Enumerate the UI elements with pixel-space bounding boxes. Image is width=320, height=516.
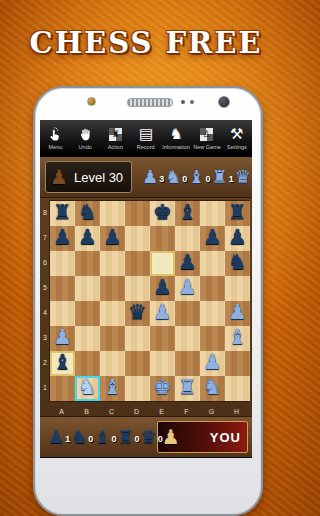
black-pawn: ♟	[78, 227, 97, 248]
captured-knight: ♞0	[165, 168, 181, 186]
rank-label-4: 4	[41, 300, 49, 325]
captured-queen: ♛1	[235, 168, 251, 186]
front-camera-icon	[87, 97, 96, 106]
square-e1[interactable]: ♚	[150, 376, 175, 401]
player-bar: ♟1 ♞0 ♝0 ♜0 ♛0 ♟ YOU	[40, 416, 252, 457]
white-knight: ♞	[203, 377, 222, 398]
rank-label-2: 2	[41, 350, 49, 375]
black-pawn: ♟	[178, 252, 197, 273]
undo-label: Undo	[79, 144, 92, 150]
square-h4[interactable]: ♟	[225, 301, 250, 326]
you-panel: ♟ YOU	[157, 421, 248, 453]
action-button[interactable]: ♜ Action	[101, 120, 131, 156]
rank-label-1: 1	[41, 375, 49, 400]
square-f1[interactable]: ♜	[175, 376, 200, 401]
palm-hand-icon	[77, 126, 93, 143]
square-g6[interactable]	[200, 251, 225, 276]
sensor-dot-icon	[181, 100, 185, 104]
captured-knight: ♞0	[71, 428, 87, 446]
black-bishop: ♝	[53, 352, 72, 373]
record-button[interactable]: ▤ Record	[131, 120, 161, 156]
file-label-d: D	[124, 408, 149, 415]
level-panel: ♟ Level 30	[45, 161, 132, 193]
black-pawn: ♟	[53, 227, 72, 248]
file-label-h: H	[224, 408, 249, 415]
captured-pawn: ♟1	[48, 428, 64, 446]
black-pawn: ♟	[153, 277, 172, 298]
square-c1[interactable]: ♝	[100, 376, 125, 401]
square-g8[interactable]	[200, 201, 225, 226]
square-a5[interactable]	[50, 276, 75, 301]
captured-bishop-count: 0	[111, 430, 116, 448]
file-labels: ABCDEFGH	[49, 408, 249, 415]
settings-button[interactable]: ⚒ Settings	[222, 120, 252, 156]
undo-button[interactable]: Undo	[70, 120, 100, 156]
square-g5[interactable]	[200, 276, 225, 301]
square-g7[interactable]: ♟	[200, 226, 225, 251]
file-label-g: G	[199, 408, 224, 415]
square-d2[interactable]	[125, 351, 150, 376]
settings-label: Settings	[227, 144, 247, 150]
square-d3[interactable]	[125, 326, 150, 351]
square-f6[interactable]: ♟	[175, 251, 200, 276]
square-f5[interactable]: ♟	[175, 276, 200, 301]
level-label: Level 30	[74, 170, 123, 185]
white-knight: ♞	[78, 377, 97, 398]
black-pawn: ♟	[103, 227, 122, 248]
square-g3[interactable]	[200, 326, 225, 351]
captured-pawn-count: 1	[65, 430, 70, 448]
record-label: Record	[137, 144, 155, 150]
white-king: ♚	[153, 377, 172, 398]
captured-queen: ♛0	[141, 428, 157, 446]
white-pawn: ♟	[153, 302, 172, 323]
white-pawn: ♟	[203, 352, 222, 373]
square-h6[interactable]: ♞	[225, 251, 250, 276]
square-b8[interactable]: ♞	[75, 201, 100, 226]
rank-label-3: 3	[41, 325, 49, 350]
square-d5[interactable]	[125, 276, 150, 301]
square-g4[interactable]	[200, 301, 225, 326]
mini-board-pieces-icon: ♙	[200, 126, 213, 143]
square-b2[interactable]	[75, 351, 100, 376]
rank-label-5: 5	[41, 275, 49, 300]
file-label-b: B	[74, 408, 99, 415]
square-b4[interactable]	[75, 301, 100, 326]
rank-label-6: 6	[41, 250, 49, 275]
white-rook: ♜	[178, 377, 197, 398]
white-pawn: ♟	[53, 327, 72, 348]
square-h7[interactable]: ♟	[225, 226, 250, 251]
square-c6[interactable]	[100, 251, 125, 276]
square-e4[interactable]: ♟	[150, 301, 175, 326]
square-a4[interactable]	[50, 301, 75, 326]
captured-rook: ♜0	[117, 428, 133, 446]
you-label: YOU	[210, 430, 241, 445]
opponent-pawn-icon: ♟	[50, 167, 68, 187]
black-pawn: ♟	[228, 227, 247, 248]
captured-bishop-count: 0	[206, 170, 211, 188]
square-d8[interactable]	[125, 201, 150, 226]
square-f3[interactable]	[175, 326, 200, 351]
captured-rook-count: 0	[135, 430, 140, 448]
square-d7[interactable]	[125, 226, 150, 251]
square-e7[interactable]	[150, 226, 175, 251]
menu-button[interactable]: Menu	[40, 120, 70, 156]
square-b7[interactable]: ♟	[75, 226, 100, 251]
square-h2[interactable]	[225, 351, 250, 376]
new-game-button[interactable]: ♙ New Game	[191, 120, 221, 156]
square-h1[interactable]	[225, 376, 250, 401]
square-g1[interactable]: ♞	[200, 376, 225, 401]
white-bishop: ♝	[228, 327, 247, 348]
rank-label-8: 8	[41, 200, 49, 225]
black-pawn: ♟	[203, 227, 222, 248]
document-lines-icon: ▤	[139, 126, 153, 143]
square-g2[interactable]: ♟	[200, 351, 225, 376]
square-a2[interactable]: ♝	[50, 351, 75, 376]
square-b6[interactable]	[75, 251, 100, 276]
player-pawn-icon: ♟	[162, 427, 180, 447]
phone-top-bezel	[35, 88, 261, 120]
black-rook: ♜	[53, 202, 72, 223]
captured-queen-count: 0	[158, 430, 163, 448]
square-h3[interactable]: ♝	[225, 326, 250, 351]
square-d1[interactable]	[125, 376, 150, 401]
app-title: CHESS FREE	[0, 26, 292, 60]
square-e6[interactable]	[150, 251, 175, 276]
information-button[interactable]: ♞ Information	[161, 120, 191, 156]
square-h5[interactable]	[225, 276, 250, 301]
square-f4[interactable]	[175, 301, 200, 326]
toolbar: Menu Undo ♜ Action ▤ Record ♞ Informati	[40, 120, 252, 157]
square-d6[interactable]	[125, 251, 150, 276]
square-b5[interactable]	[75, 276, 100, 301]
mini-board-icon: ♜	[109, 126, 122, 143]
black-king: ♚	[153, 202, 172, 223]
app-screen: Menu Undo ♜ Action ▤ Record ♞ Informati	[40, 120, 252, 458]
square-f7[interactable]	[175, 226, 200, 251]
captured-pawn: ♟3	[142, 168, 158, 186]
captured-white-pieces: ♟3 ♞0 ♝0 ♜1 ♛1	[142, 168, 251, 186]
phone-frame: Menu Undo ♜ Action ▤ Record ♞ Informati	[33, 86, 263, 516]
captured-knight-count: 0	[88, 430, 93, 448]
captured-knight-count: 0	[182, 170, 187, 188]
square-e2[interactable]	[150, 351, 175, 376]
square-b1[interactable]: ♞	[75, 376, 100, 401]
captured-pawn-count: 3	[159, 170, 164, 188]
black-rook: ♜	[228, 202, 247, 223]
black-knight: ♞	[228, 252, 247, 273]
square-a7[interactable]: ♟	[50, 226, 75, 251]
captured-bishop: ♝0	[94, 428, 110, 446]
black-knight: ♞	[78, 202, 97, 223]
white-pawn: ♟	[178, 277, 197, 298]
square-c5[interactable]	[100, 276, 125, 301]
square-a3[interactable]: ♟	[50, 326, 75, 351]
square-h8[interactable]: ♜	[225, 201, 250, 226]
captured-black-pieces: ♟1 ♞0 ♝0 ♜0 ♛0	[48, 428, 157, 446]
black-bishop: ♝	[178, 202, 197, 223]
camera-lens-icon	[218, 96, 230, 108]
square-e8[interactable]: ♚	[150, 201, 175, 226]
sensor-dot-icon	[190, 100, 194, 104]
square-c3[interactable]	[100, 326, 125, 351]
square-a6[interactable]	[50, 251, 75, 276]
white-bishop: ♝	[103, 377, 122, 398]
square-c4[interactable]	[100, 301, 125, 326]
information-label: Information	[162, 144, 190, 150]
square-c8[interactable]	[100, 201, 125, 226]
knight-icon: ♞	[170, 126, 183, 143]
square-d4[interactable]: ♛	[125, 301, 150, 326]
square-f8[interactable]: ♝	[175, 201, 200, 226]
captured-rook-count: 1	[229, 170, 234, 188]
square-c2[interactable]	[100, 351, 125, 376]
captured-bishop: ♝0	[188, 168, 204, 186]
chess-board: ♜♞♚♝♜♟♟♟♟♟♟♞♟♟♛♟♟♟♝♝♟♞♝♚♜♞	[49, 200, 249, 402]
square-b3[interactable]	[75, 326, 100, 351]
board-frame: 87654321 ♜♞♚♝♜♟♟♟♟♟♟♞♟♟♛♟♟♟♝♝♟♞♝♚♜♞ ABCD…	[40, 198, 252, 416]
file-label-e: E	[149, 408, 174, 415]
new-game-label: New Game	[193, 144, 221, 150]
file-label-f: F	[174, 408, 199, 415]
action-label: Action	[108, 144, 123, 150]
speaker-grille-icon	[127, 98, 173, 107]
captured-rook: ♜1	[212, 168, 228, 186]
rank-label-7: 7	[41, 225, 49, 250]
file-label-a: A	[49, 408, 74, 415]
square-e3[interactable]	[150, 326, 175, 351]
opponent-bar: ♟ Level 30 ♟3 ♞0 ♝0 ♜1 ♛1	[40, 157, 252, 198]
rank-labels: 87654321	[41, 200, 49, 400]
square-a8[interactable]: ♜	[50, 201, 75, 226]
white-pawn: ♟	[228, 302, 247, 323]
square-a1[interactable]	[50, 376, 75, 401]
black-queen: ♛	[128, 302, 147, 323]
file-label-c: C	[99, 408, 124, 415]
square-c7[interactable]: ♟	[100, 226, 125, 251]
square-f2[interactable]	[175, 351, 200, 376]
tools-icon: ⚒	[230, 126, 243, 143]
pointer-hand-icon	[47, 126, 63, 143]
square-e5[interactable]: ♟	[150, 276, 175, 301]
menu-label: Menu	[48, 144, 62, 150]
